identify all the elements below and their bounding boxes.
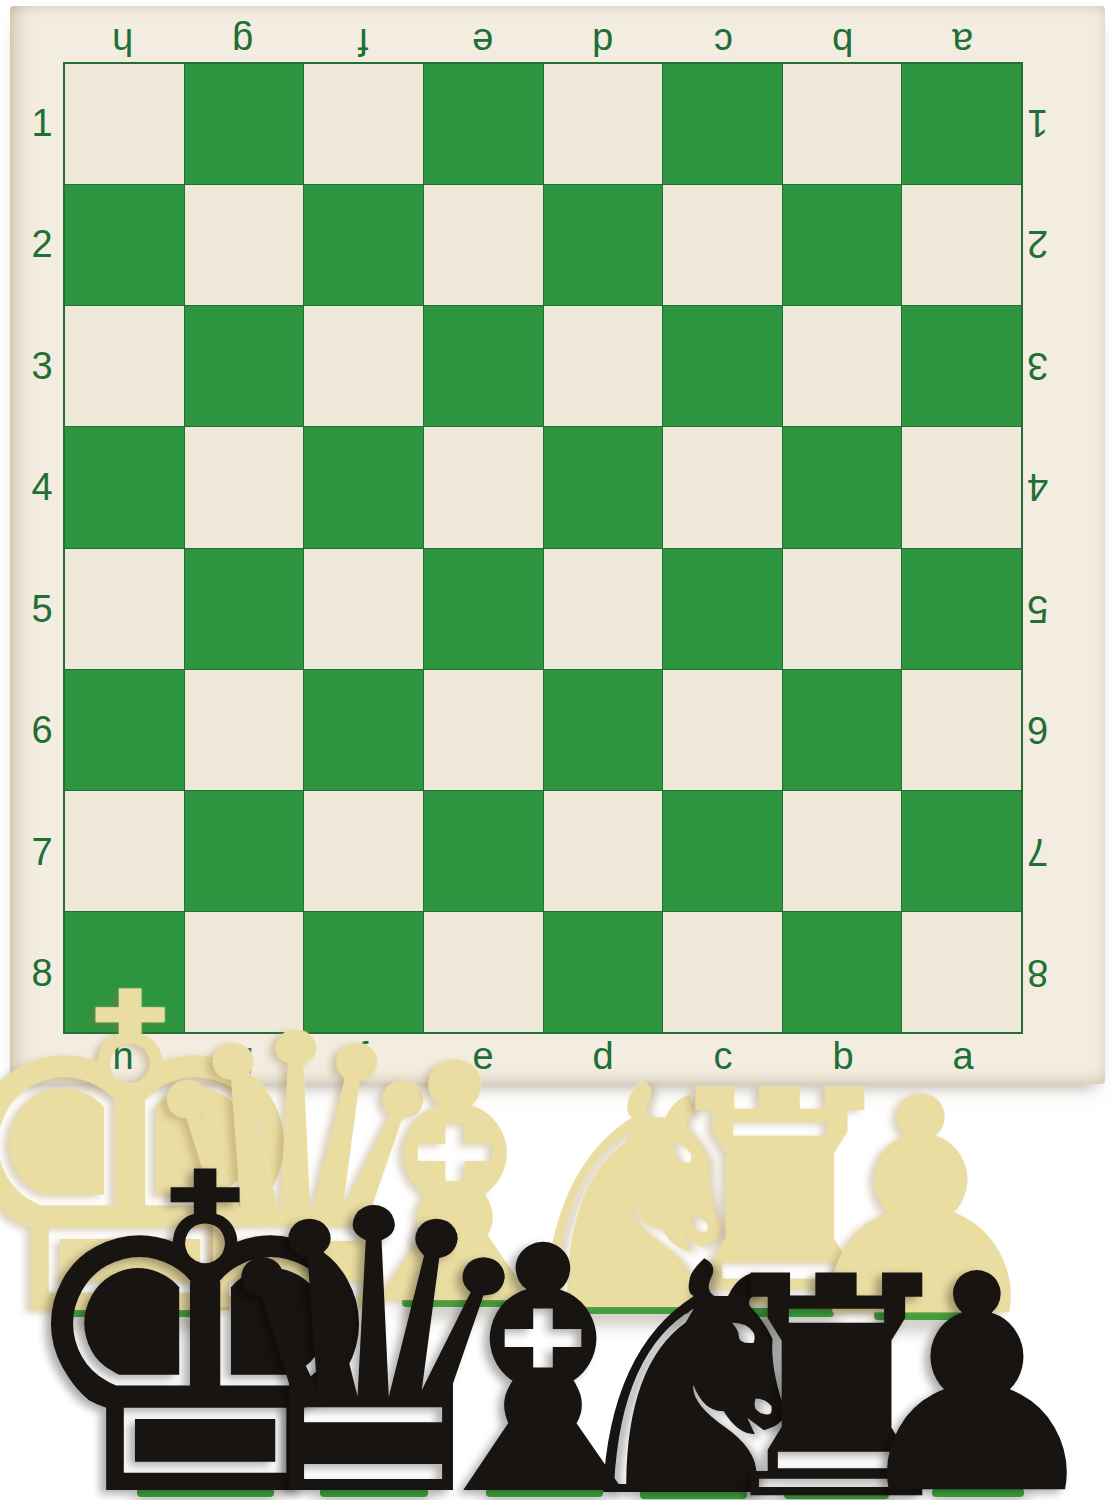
square-d2: [544, 185, 663, 305]
square-b1: [783, 64, 902, 184]
black-queen-piece: ♛: [178, 1160, 568, 1500]
file-label-top-g: g: [232, 23, 253, 61]
square-f8: [304, 912, 423, 1032]
square-c7: [663, 791, 782, 911]
file-label-top-d: d: [592, 23, 613, 61]
square-f2: [304, 185, 423, 305]
file-label-bottom-e: e: [472, 1037, 493, 1075]
white-pawn-felt: [874, 1311, 969, 1320]
square-g2: [185, 185, 304, 305]
black-queen-felt: [320, 1488, 428, 1497]
square-a8: [902, 912, 1021, 1032]
black-queen-glyph: ♛: [198, 1160, 548, 1500]
square-h5: [65, 549, 184, 669]
square-e8: [424, 912, 543, 1032]
black-pawn-piece: ♟: [827, 1236, 1113, 1500]
file-label-bottom-c: c: [714, 1037, 733, 1075]
square-g8: [185, 912, 304, 1032]
square-b8: [783, 912, 902, 1032]
rank-label-left-3: 3: [31, 347, 52, 385]
square-c3: [663, 306, 782, 426]
square-a1: [902, 64, 1021, 184]
square-g3: [185, 306, 304, 426]
file-labels-top: hgfedcba: [63, 22, 1023, 62]
rank-label-right-2: 2: [1027, 225, 1048, 263]
file-label-bottom-b: b: [832, 1037, 853, 1075]
white-bishop-felt: [402, 1298, 508, 1307]
square-b4: [783, 427, 902, 547]
square-c4: [663, 427, 782, 547]
square-d6: [544, 670, 663, 790]
square-f4: [304, 427, 423, 547]
rank-labels-left: 12345678: [22, 62, 62, 1034]
square-d5: [544, 549, 663, 669]
square-h1: [65, 64, 184, 184]
white-king-felt: [62, 1308, 200, 1317]
file-label-top-f: f: [358, 23, 369, 61]
file-label-bottom-h: h: [112, 1037, 133, 1075]
square-b7: [783, 791, 902, 911]
rank-label-right-1: 1: [1027, 104, 1048, 142]
square-b3: [783, 306, 902, 426]
square-c6: [663, 670, 782, 790]
rank-labels-right: 12345678: [1018, 62, 1058, 1034]
square-b5: [783, 549, 902, 669]
rank-label-left-2: 2: [31, 225, 52, 263]
square-g6: [185, 670, 304, 790]
file-label-top-a: a: [952, 23, 973, 61]
square-a2: [902, 185, 1021, 305]
square-g1: [185, 64, 304, 184]
square-a3: [902, 306, 1021, 426]
square-b6: [783, 670, 902, 790]
black-king-felt: [137, 1488, 274, 1497]
black-pawn-glyph: ♟: [843, 1236, 1112, 1500]
square-g5: [185, 549, 304, 669]
file-label-bottom-a: a: [952, 1037, 973, 1075]
square-d8: [544, 912, 663, 1032]
black-bishop-felt: [486, 1488, 603, 1497]
square-e4: [424, 427, 543, 547]
square-d1: [544, 64, 663, 184]
square-h3: [65, 306, 184, 426]
square-h2: [65, 185, 184, 305]
file-label-bottom-g: g: [232, 1037, 253, 1075]
square-e5: [424, 549, 543, 669]
rank-label-left-7: 7: [31, 833, 52, 871]
rank-label-right-7: 7: [1027, 833, 1048, 871]
black-bishop-glyph: ♝: [391, 1202, 696, 1500]
square-h6: [65, 670, 184, 790]
square-h4: [65, 427, 184, 547]
square-d3: [544, 306, 663, 426]
black-bishop-piece: ♝: [373, 1202, 713, 1500]
rank-label-left-5: 5: [31, 590, 52, 628]
file-label-top-b: b: [832, 23, 853, 61]
square-g4: [185, 427, 304, 547]
file-label-bottom-f: f: [358, 1037, 369, 1075]
black-rook-glyph: ♜: [700, 1237, 973, 1500]
black-pawn-felt: [932, 1488, 1024, 1497]
chess-set-product-photo: { "game": "chess", "scene": { "type": "p…: [0, 0, 1113, 1500]
white-knight-felt: [577, 1305, 690, 1314]
rank-label-left-1: 1: [31, 104, 52, 142]
square-f6: [304, 670, 423, 790]
square-d4: [544, 427, 663, 547]
black-knight-glyph: ♞: [551, 1221, 838, 1500]
file-label-top-h: h: [112, 23, 133, 61]
square-a5: [902, 549, 1021, 669]
square-b2: [783, 185, 902, 305]
square-e1: [424, 64, 543, 184]
rank-label-right-6: 6: [1027, 711, 1048, 749]
rank-label-left-4: 4: [31, 468, 52, 506]
square-c5: [663, 549, 782, 669]
file-labels-bottom: hgfedcba: [63, 1036, 1023, 1076]
square-a6: [902, 670, 1021, 790]
rank-label-left-8: 8: [31, 954, 52, 992]
rank-label-left-6: 6: [31, 711, 52, 749]
square-h7: [65, 791, 184, 911]
white-queen-felt: [247, 1305, 344, 1314]
file-label-bottom-d: d: [592, 1037, 613, 1075]
square-f3: [304, 306, 423, 426]
board-grid: [63, 62, 1023, 1034]
square-a7: [902, 791, 1021, 911]
square-c2: [663, 185, 782, 305]
square-e2: [424, 185, 543, 305]
vinyl-chessboard-sheet: hgfedcba hgfedcba 12345678 12345678: [10, 6, 1105, 1084]
black-knight-piece: ♞: [534, 1221, 854, 1500]
file-label-top-c: c: [714, 23, 733, 61]
black-rook-piece: ♜: [684, 1237, 989, 1500]
square-f5: [304, 549, 423, 669]
square-a4: [902, 427, 1021, 547]
square-e7: [424, 791, 543, 911]
square-c1: [663, 64, 782, 184]
square-d7: [544, 791, 663, 911]
black-rook-felt: [784, 1490, 889, 1499]
white-rook-felt: [727, 1308, 834, 1317]
square-h8: [65, 912, 184, 1032]
rank-label-right-5: 5: [1027, 590, 1048, 628]
square-f7: [304, 791, 423, 911]
rank-label-right-4: 4: [1027, 468, 1048, 506]
square-c8: [663, 912, 782, 1032]
file-label-top-e: e: [472, 23, 493, 61]
square-g7: [185, 791, 304, 911]
square-e3: [424, 306, 543, 426]
square-e6: [424, 670, 543, 790]
rank-label-right-8: 8: [1027, 954, 1048, 992]
rank-label-right-3: 3: [1027, 347, 1048, 385]
square-f1: [304, 64, 423, 184]
black-knight-felt: [640, 1490, 747, 1499]
